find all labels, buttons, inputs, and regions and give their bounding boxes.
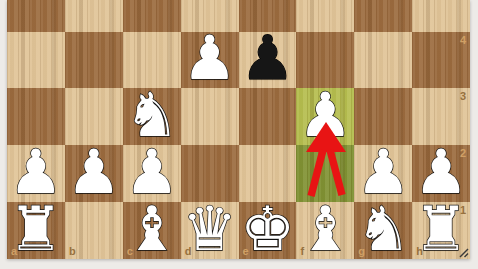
page: ♟♟4♞♟3♟♟♟♟2♟a♜bc♝d♛e♚f♝g♞h1♜ [0,0,478,269]
chess-board: ♟♟4♞♟3♟♟♟♟2♟a♜bc♝d♛e♚f♝g♞h1♜ [7,0,470,259]
square-e1[interactable]: e♚ [239,202,297,259]
square-b4[interactable] [65,32,123,89]
white-pawn-b2[interactable]: ♟ [65,143,123,200]
rank-label-3: 3 [460,91,466,102]
white-king-e1[interactable]: ♚ [239,200,297,257]
white-rook-a1[interactable]: ♜ [7,200,65,257]
square-c1[interactable]: c♝ [123,202,181,259]
white-queen-d1[interactable]: ♛ [181,200,239,257]
square-d4[interactable]: ♟ [181,32,239,89]
square-f1[interactable]: f♝ [296,202,354,259]
square-d1[interactable]: d♛ [181,202,239,259]
square-d3[interactable] [181,88,239,145]
white-knight-c3[interactable]: ♞ [123,86,181,143]
black-pawn-e4[interactable]: ♟ [239,30,297,87]
white-pawn-c2[interactable]: ♟ [123,143,181,200]
white-knight-g1[interactable]: ♞ [354,200,412,257]
square-g5[interactable] [354,0,412,32]
square-f5[interactable] [296,0,354,32]
white-pawn-a2[interactable]: ♟ [7,143,65,200]
white-bishop-c1[interactable]: ♝ [123,200,181,257]
white-pawn-g2[interactable]: ♟ [354,143,412,200]
square-b1[interactable]: b [65,202,123,259]
square-a5[interactable] [7,0,65,32]
square-f3[interactable]: ♟ [296,88,354,145]
square-e3[interactable] [239,88,297,145]
board-grid: ♟♟4♞♟3♟♟♟♟2♟a♜bc♝d♛e♚f♝g♞h1♜ [7,0,470,259]
white-pawn-d4[interactable]: ♟ [181,30,239,87]
square-a4[interactable] [7,32,65,89]
square-g4[interactable] [354,32,412,89]
square-g1[interactable]: g♞ [354,202,412,259]
white-pawn-h2[interactable]: ♟ [412,143,470,200]
square-e4[interactable]: ♟ [239,32,297,89]
resize-handle-icon[interactable] [458,247,469,258]
rank-label-4: 4 [460,35,466,46]
square-c5[interactable] [123,0,181,32]
square-a1[interactable]: a♜ [7,202,65,259]
square-h5[interactable] [412,0,470,32]
square-h4[interactable]: 4 [412,32,470,89]
square-b5[interactable] [65,0,123,32]
square-b2[interactable]: ♟ [65,145,123,202]
white-pawn-f3[interactable]: ♟ [296,86,354,143]
white-bishop-f1[interactable]: ♝ [296,200,354,257]
file-label-b: b [69,246,76,257]
